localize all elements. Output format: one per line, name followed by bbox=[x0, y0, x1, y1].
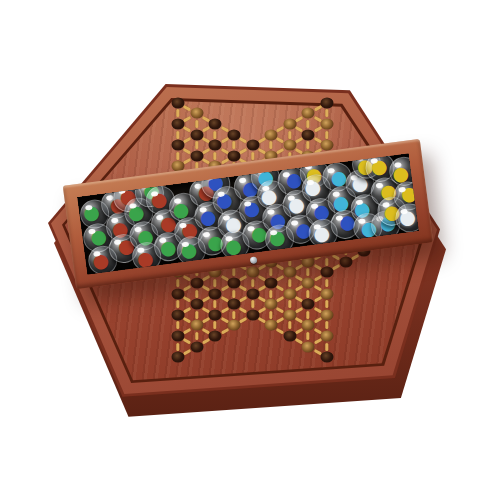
board-hole[interactable] bbox=[320, 288, 333, 299]
inlay-dash bbox=[326, 343, 329, 351]
marble-swirl: ● bbox=[400, 183, 419, 204]
inlay-dash bbox=[270, 311, 273, 319]
inlay-dash bbox=[276, 317, 284, 323]
inlay-dash bbox=[295, 137, 303, 143]
inlay-dash bbox=[202, 147, 210, 153]
inlay-dash bbox=[202, 296, 210, 302]
board-hole[interactable] bbox=[320, 267, 333, 278]
board-hole[interactable] bbox=[320, 97, 333, 108]
metal-pin bbox=[250, 256, 258, 264]
inlay-dash bbox=[288, 321, 291, 329]
inlay-dash bbox=[233, 311, 236, 319]
board-hole[interactable] bbox=[172, 309, 185, 320]
board-hole[interactable] bbox=[209, 119, 222, 130]
inlay-dash bbox=[177, 300, 180, 308]
marble-swirl: ● bbox=[136, 248, 155, 269]
inlay-dash bbox=[183, 349, 191, 355]
inlay-dash bbox=[313, 317, 321, 323]
inlay-dash bbox=[214, 152, 217, 160]
board-hole[interactable] bbox=[172, 288, 185, 299]
inlay-dash bbox=[251, 279, 254, 287]
inlay-dash bbox=[233, 141, 236, 149]
board-hole[interactable] bbox=[283, 140, 296, 151]
board-hole[interactable] bbox=[172, 352, 185, 363]
board-hole[interactable] bbox=[227, 299, 240, 310]
board-hole[interactable] bbox=[320, 331, 333, 342]
board-hole[interactable] bbox=[209, 288, 222, 299]
inlay-dash bbox=[214, 279, 217, 287]
board-hole[interactable] bbox=[227, 129, 240, 140]
marble-swirl: ● bbox=[91, 250, 110, 271]
board-hole[interactable] bbox=[190, 341, 203, 352]
board-hole[interactable] bbox=[302, 299, 315, 310]
inlay-dash bbox=[183, 158, 191, 164]
board-hole[interactable] bbox=[283, 288, 296, 299]
board-hole[interactable] bbox=[246, 267, 259, 278]
inlay-dash bbox=[183, 137, 191, 143]
inlay-dash bbox=[288, 300, 291, 308]
inlay-dash bbox=[202, 126, 210, 132]
inlay-dash bbox=[239, 296, 247, 302]
marble-swirl: ● bbox=[398, 207, 417, 228]
board-hole[interactable] bbox=[227, 150, 240, 161]
inlay-dash bbox=[295, 285, 303, 291]
board-hole[interactable] bbox=[190, 129, 203, 140]
inlay-dash bbox=[202, 275, 210, 281]
inlay-dash bbox=[177, 343, 180, 351]
inlay-dash bbox=[270, 268, 273, 276]
marble-swirl: ● bbox=[82, 202, 101, 223]
board-hole[interactable] bbox=[265, 129, 278, 140]
board-hole[interactable] bbox=[283, 119, 296, 130]
inlay-dash bbox=[276, 126, 284, 132]
inlay-dash bbox=[258, 137, 266, 143]
marble-swirl: ● bbox=[150, 189, 169, 210]
board-hole[interactable] bbox=[172, 119, 185, 130]
inlay-dash bbox=[220, 306, 228, 312]
inlay-dash bbox=[307, 290, 310, 298]
marble-swirl: ● bbox=[287, 195, 306, 216]
marble-swirl: ● bbox=[179, 239, 198, 260]
marble-swirl: ● bbox=[268, 226, 287, 247]
inlay-dash bbox=[270, 290, 273, 298]
board-hole[interactable] bbox=[283, 267, 296, 278]
board-hole[interactable] bbox=[265, 320, 278, 331]
inlay-dash bbox=[195, 290, 198, 298]
board-hole[interactable] bbox=[190, 299, 203, 310]
inlay-dash bbox=[288, 131, 291, 139]
board-hole[interactable] bbox=[339, 256, 352, 267]
inlay-dash bbox=[313, 105, 321, 111]
board-hole[interactable] bbox=[190, 320, 203, 331]
inlay-dash bbox=[276, 147, 284, 153]
board-hole[interactable] bbox=[190, 278, 203, 289]
inlay-dash bbox=[288, 279, 291, 287]
inlay-dash bbox=[220, 137, 228, 143]
inlay-dash bbox=[233, 290, 236, 298]
product-photo: ●●●●●●●●●●●●●●●●●●●●●●●●●●●●●●●●●●●●●●●●… bbox=[0, 0, 500, 500]
marble-swirl: ● bbox=[370, 156, 389, 177]
board-hole[interactable] bbox=[172, 97, 185, 108]
inlay-dash bbox=[295, 116, 303, 122]
inlay-dash bbox=[195, 120, 198, 128]
marble-swirl: ● bbox=[303, 176, 322, 197]
inlay-dash bbox=[220, 328, 228, 334]
board-hole[interactable] bbox=[283, 331, 296, 342]
board-hole[interactable] bbox=[302, 129, 315, 140]
inlay-dash bbox=[307, 268, 310, 276]
board-hole[interactable] bbox=[302, 278, 315, 289]
inlay-dash bbox=[270, 141, 273, 149]
inlay-dash bbox=[183, 116, 191, 122]
board-hole[interactable] bbox=[302, 320, 315, 331]
inlay-dash bbox=[326, 131, 329, 139]
marble-swirl: ● bbox=[159, 237, 178, 258]
board-hole[interactable] bbox=[302, 108, 315, 119]
inlay-dash bbox=[326, 258, 329, 266]
inlay-dash bbox=[177, 321, 180, 329]
inlay-dash bbox=[276, 275, 284, 281]
marble-swirl: ● bbox=[224, 235, 243, 256]
inlay-dash bbox=[195, 311, 198, 319]
board-hole[interactable] bbox=[246, 309, 259, 320]
inlay-dash bbox=[258, 306, 266, 312]
marble-swirl: ● bbox=[89, 227, 108, 248]
inlay-dash bbox=[214, 131, 217, 139]
board-hole[interactable] bbox=[302, 341, 315, 352]
inlay-dash bbox=[326, 279, 329, 287]
inlay-dash bbox=[202, 338, 210, 344]
board-hole[interactable] bbox=[172, 140, 185, 151]
inlay-dash bbox=[326, 321, 329, 329]
inlay-dash bbox=[177, 109, 180, 117]
board-hole[interactable] bbox=[209, 331, 222, 342]
inlay-dash bbox=[307, 311, 310, 319]
inlay-dash bbox=[239, 317, 247, 323]
board-hole[interactable] bbox=[172, 331, 185, 342]
inlay-dash bbox=[183, 328, 191, 334]
inlay-dash bbox=[183, 285, 191, 291]
inlay-dash bbox=[326, 300, 329, 308]
board-hole[interactable] bbox=[283, 309, 296, 320]
inlay-dash bbox=[326, 109, 329, 117]
inlay-dash bbox=[202, 317, 210, 323]
inlay-dash bbox=[195, 332, 198, 340]
inlay-dash bbox=[307, 332, 310, 340]
inlay-dash bbox=[313, 126, 321, 132]
inlay-dash bbox=[177, 279, 180, 287]
inlay-dash bbox=[195, 141, 198, 149]
board-hole[interactable] bbox=[209, 309, 222, 320]
board-hole[interactable] bbox=[320, 309, 333, 320]
board-hole[interactable] bbox=[190, 108, 203, 119]
inlay-dash bbox=[351, 253, 359, 259]
inlay-dash bbox=[214, 300, 217, 308]
inlay-dash bbox=[177, 131, 180, 139]
board-hole[interactable] bbox=[265, 299, 278, 310]
board-hole[interactable] bbox=[265, 278, 278, 289]
board-hole[interactable] bbox=[190, 150, 203, 161]
board-hole[interactable] bbox=[209, 140, 222, 151]
board-hole[interactable] bbox=[320, 352, 333, 363]
board-hole[interactable] bbox=[227, 278, 240, 289]
inlay-dash bbox=[332, 264, 340, 270]
inlay-dash bbox=[251, 152, 254, 160]
inlay-dash bbox=[307, 141, 310, 149]
inlay-dash bbox=[258, 285, 266, 291]
marble-swirl: ● bbox=[312, 223, 331, 244]
board-hole[interactable] bbox=[227, 320, 240, 331]
inlay-dash bbox=[233, 268, 236, 276]
inlay-dash bbox=[313, 275, 321, 281]
inlay-dash bbox=[313, 338, 321, 344]
marble-swirl: ● bbox=[199, 207, 218, 228]
inlay-dash bbox=[251, 300, 254, 308]
inlay-dash bbox=[214, 321, 217, 329]
inlay-dash bbox=[177, 152, 180, 160]
board-hole[interactable] bbox=[320, 119, 333, 130]
inlay-dash bbox=[307, 120, 310, 128]
inlay-dash bbox=[313, 296, 321, 302]
board-hole[interactable] bbox=[246, 288, 259, 299]
inlay-dash bbox=[183, 306, 191, 312]
inlay-dash bbox=[295, 306, 303, 312]
board-hole[interactable] bbox=[320, 140, 333, 151]
inlay-dash bbox=[295, 264, 303, 270]
inlay-dash bbox=[239, 147, 247, 153]
inlay-dash bbox=[239, 275, 247, 281]
inlay-dash bbox=[276, 296, 284, 302]
inlay-dash bbox=[220, 285, 228, 291]
board-hole[interactable] bbox=[246, 140, 259, 151]
inlay-dash bbox=[295, 328, 303, 334]
marble-swirl: ● bbox=[215, 189, 234, 210]
